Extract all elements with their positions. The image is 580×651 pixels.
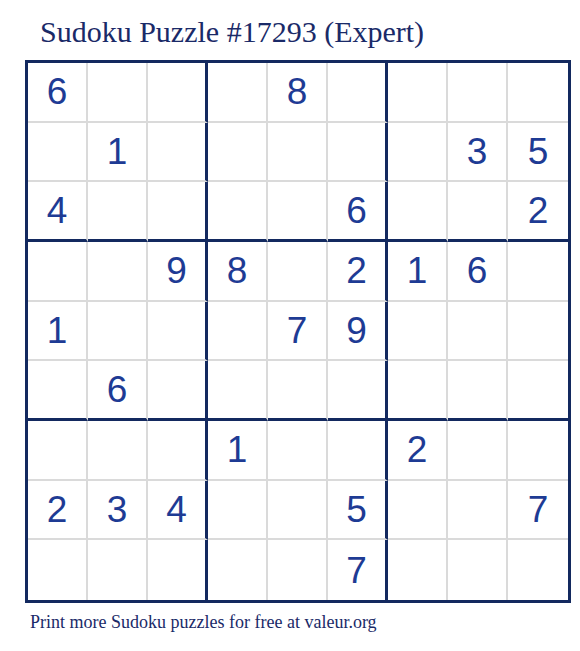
cell-r7c1 bbox=[28, 421, 88, 481]
cell-r3c1: 4 bbox=[28, 182, 88, 242]
cell-r3c8 bbox=[448, 182, 508, 242]
cell-r7c2 bbox=[88, 421, 148, 481]
cell-r3c7 bbox=[388, 182, 448, 242]
cell-r7c6 bbox=[328, 421, 388, 481]
cell-r9c8 bbox=[448, 540, 508, 600]
cell-r3c5 bbox=[268, 182, 328, 242]
cell-r5c2 bbox=[88, 302, 148, 362]
cell-r5c4 bbox=[208, 302, 268, 362]
cell-r1c4 bbox=[208, 63, 268, 123]
cell-r1c1: 6 bbox=[28, 63, 88, 123]
cell-r9c6: 7 bbox=[328, 540, 388, 600]
cell-r7c5 bbox=[268, 421, 328, 481]
cell-r5c7 bbox=[388, 302, 448, 362]
cell-r3c4 bbox=[208, 182, 268, 242]
cell-r1c7 bbox=[388, 63, 448, 123]
cell-r6c1 bbox=[28, 361, 88, 421]
cell-r1c9 bbox=[508, 63, 568, 123]
cell-r6c4 bbox=[208, 361, 268, 421]
cell-r4c5 bbox=[268, 242, 328, 302]
cell-r6c3 bbox=[148, 361, 208, 421]
cell-r4c4: 8 bbox=[208, 242, 268, 302]
cell-r2c3 bbox=[148, 123, 208, 183]
cell-r9c4 bbox=[208, 540, 268, 600]
cell-r5c5: 7 bbox=[268, 302, 328, 362]
cell-r7c3 bbox=[148, 421, 208, 481]
cell-r4c3: 9 bbox=[148, 242, 208, 302]
cell-r8c4 bbox=[208, 481, 268, 541]
cell-r2c1 bbox=[28, 123, 88, 183]
cell-r3c9: 2 bbox=[508, 182, 568, 242]
cell-r5c1: 1 bbox=[28, 302, 88, 362]
cell-r4c1 bbox=[28, 242, 88, 302]
cell-r7c7: 2 bbox=[388, 421, 448, 481]
page-title: Sudoku Puzzle #17293 (Expert) bbox=[40, 15, 424, 48]
sudoku-grid: 6813546298216179612234577 bbox=[25, 60, 571, 603]
cell-r2c4 bbox=[208, 123, 268, 183]
cell-r1c5: 8 bbox=[268, 63, 328, 123]
cell-r4c8: 6 bbox=[448, 242, 508, 302]
footer-text: Print more Sudoku puzzles for free at va… bbox=[30, 612, 377, 633]
cell-r4c6: 2 bbox=[328, 242, 388, 302]
cell-r1c8 bbox=[448, 63, 508, 123]
cell-r5c6: 9 bbox=[328, 302, 388, 362]
cell-r2c2: 1 bbox=[88, 123, 148, 183]
sudoku-page: Sudoku Puzzle #17293 (Expert) 6813546298… bbox=[0, 0, 580, 651]
cell-r9c2 bbox=[88, 540, 148, 600]
cell-r6c2: 6 bbox=[88, 361, 148, 421]
cell-r2c8: 3 bbox=[448, 123, 508, 183]
cell-r7c9 bbox=[508, 421, 568, 481]
cell-r6c5 bbox=[268, 361, 328, 421]
cell-r6c8 bbox=[448, 361, 508, 421]
cell-r5c3 bbox=[148, 302, 208, 362]
cell-r2c7 bbox=[388, 123, 448, 183]
cell-r8c6: 5 bbox=[328, 481, 388, 541]
cell-r2c5 bbox=[268, 123, 328, 183]
cell-r3c6: 6 bbox=[328, 182, 388, 242]
cell-r8c5 bbox=[268, 481, 328, 541]
cell-r8c8 bbox=[448, 481, 508, 541]
cell-r4c2 bbox=[88, 242, 148, 302]
cell-r2c9: 5 bbox=[508, 123, 568, 183]
cell-r2c6 bbox=[328, 123, 388, 183]
cell-r8c3: 4 bbox=[148, 481, 208, 541]
cell-r3c2 bbox=[88, 182, 148, 242]
cell-r8c1: 2 bbox=[28, 481, 88, 541]
cell-r4c9 bbox=[508, 242, 568, 302]
cell-r9c3 bbox=[148, 540, 208, 600]
cell-r6c7 bbox=[388, 361, 448, 421]
cell-r3c3 bbox=[148, 182, 208, 242]
cell-r6c6 bbox=[328, 361, 388, 421]
cell-r4c7: 1 bbox=[388, 242, 448, 302]
cell-r9c5 bbox=[268, 540, 328, 600]
cell-r7c4: 1 bbox=[208, 421, 268, 481]
cell-r1c3 bbox=[148, 63, 208, 123]
cell-r6c9 bbox=[508, 361, 568, 421]
cell-r8c7 bbox=[388, 481, 448, 541]
cell-r1c2 bbox=[88, 63, 148, 123]
cell-r9c1 bbox=[28, 540, 88, 600]
cell-r8c9: 7 bbox=[508, 481, 568, 541]
cell-r1c6 bbox=[328, 63, 388, 123]
cell-r9c9 bbox=[508, 540, 568, 600]
cell-r7c8 bbox=[448, 421, 508, 481]
cell-r9c7 bbox=[388, 540, 448, 600]
cell-r5c8 bbox=[448, 302, 508, 362]
cell-r5c9 bbox=[508, 302, 568, 362]
cell-r8c2: 3 bbox=[88, 481, 148, 541]
